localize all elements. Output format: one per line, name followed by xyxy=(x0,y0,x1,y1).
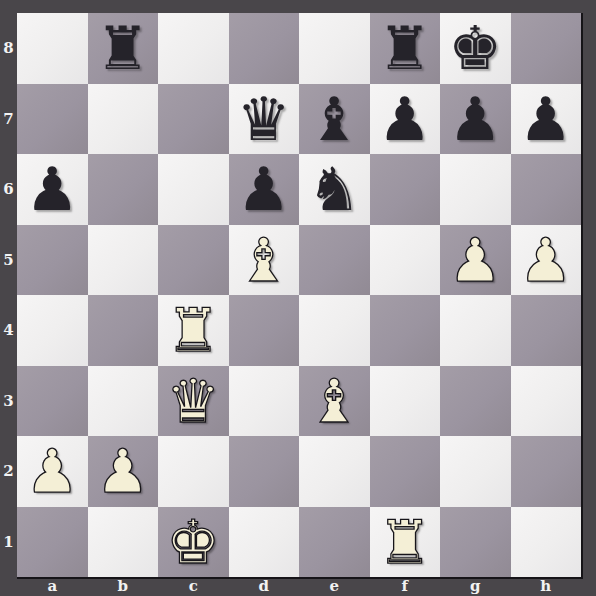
piece-white-rook-c4[interactable]: ♜ xyxy=(166,300,220,360)
rank-labels: 87654321 xyxy=(0,13,17,577)
square-c8[interactable] xyxy=(158,13,229,84)
square-c7[interactable] xyxy=(158,84,229,155)
file-label-e: e xyxy=(299,579,370,596)
square-h6[interactable] xyxy=(511,154,582,225)
piece-white-pawn-h5[interactable]: ♟ xyxy=(519,230,573,290)
square-d7[interactable]: ♛ xyxy=(229,84,300,155)
square-c5[interactable] xyxy=(158,225,229,296)
square-e6[interactable]: ♞ xyxy=(299,154,370,225)
square-f3[interactable] xyxy=(370,366,441,437)
square-a8[interactable] xyxy=(17,13,88,84)
piece-black-knight-e6[interactable]: ♞ xyxy=(307,159,361,219)
file-labels: abcdefgh xyxy=(17,579,581,596)
piece-black-king-g8[interactable]: ♚ xyxy=(448,18,502,78)
piece-black-pawn-g7[interactable]: ♟ xyxy=(448,89,502,149)
rank-label-5: 5 xyxy=(0,225,17,296)
piece-white-bishop-d5[interactable]: ♝ xyxy=(237,230,291,290)
piece-white-rook-f1[interactable]: ♜ xyxy=(378,512,432,572)
square-h4[interactable] xyxy=(511,295,582,366)
square-d4[interactable] xyxy=(229,295,300,366)
square-b2[interactable]: ♟ xyxy=(88,436,159,507)
square-g4[interactable] xyxy=(440,295,511,366)
piece-white-queen-c3[interactable]: ♛ xyxy=(166,371,220,431)
file-label-c: c xyxy=(158,579,229,596)
square-b1[interactable] xyxy=(88,507,159,578)
piece-white-pawn-b2[interactable]: ♟ xyxy=(96,441,150,501)
piece-white-pawn-a2[interactable]: ♟ xyxy=(25,441,79,501)
square-b5[interactable] xyxy=(88,225,159,296)
rank-label-3: 3 xyxy=(0,366,17,437)
chess-diagram: 87654321 ♜♜♚♛♝♟♟♟♟♟♞♝♟♟♜♛♝♟♟♚♜ abcdefgh xyxy=(0,0,596,596)
square-d6[interactable]: ♟ xyxy=(229,154,300,225)
file-label-h: h xyxy=(511,579,582,596)
square-c3[interactable]: ♛ xyxy=(158,366,229,437)
square-a4[interactable] xyxy=(17,295,88,366)
file-label-d: d xyxy=(229,579,300,596)
square-f6[interactable] xyxy=(370,154,441,225)
square-a1[interactable] xyxy=(17,507,88,578)
square-f1[interactable]: ♜ xyxy=(370,507,441,578)
square-d1[interactable] xyxy=(229,507,300,578)
square-b8[interactable]: ♜ xyxy=(88,13,159,84)
square-b4[interactable] xyxy=(88,295,159,366)
square-a6[interactable]: ♟ xyxy=(17,154,88,225)
square-h5[interactable]: ♟ xyxy=(511,225,582,296)
square-e3[interactable]: ♝ xyxy=(299,366,370,437)
rank-label-8: 8 xyxy=(0,13,17,84)
square-d2[interactable] xyxy=(229,436,300,507)
file-label-a: a xyxy=(17,579,88,596)
piece-black-queen-d7[interactable]: ♛ xyxy=(237,89,291,149)
square-h3[interactable] xyxy=(511,366,582,437)
rank-label-4: 4 xyxy=(0,295,17,366)
square-g6[interactable] xyxy=(440,154,511,225)
square-g2[interactable] xyxy=(440,436,511,507)
square-h8[interactable] xyxy=(511,13,582,84)
square-g8[interactable]: ♚ xyxy=(440,13,511,84)
piece-black-pawn-f7[interactable]: ♟ xyxy=(378,89,432,149)
chess-board[interactable]: ♜♜♚♛♝♟♟♟♟♟♞♝♟♟♜♛♝♟♟♚♜ xyxy=(17,13,583,579)
square-c2[interactable] xyxy=(158,436,229,507)
piece-white-king-c1[interactable]: ♚ xyxy=(166,512,220,572)
square-f7[interactable]: ♟ xyxy=(370,84,441,155)
square-e8[interactable] xyxy=(299,13,370,84)
square-h7[interactable]: ♟ xyxy=(511,84,582,155)
square-h1[interactable] xyxy=(511,507,582,578)
square-c4[interactable]: ♜ xyxy=(158,295,229,366)
rank-label-7: 7 xyxy=(0,84,17,155)
square-a5[interactable] xyxy=(17,225,88,296)
square-a2[interactable]: ♟ xyxy=(17,436,88,507)
square-g7[interactable]: ♟ xyxy=(440,84,511,155)
square-e1[interactable] xyxy=(299,507,370,578)
square-h2[interactable] xyxy=(511,436,582,507)
square-f4[interactable] xyxy=(370,295,441,366)
square-c6[interactable] xyxy=(158,154,229,225)
square-d3[interactable] xyxy=(229,366,300,437)
file-label-f: f xyxy=(370,579,441,596)
rank-label-2: 2 xyxy=(0,436,17,507)
square-g3[interactable] xyxy=(440,366,511,437)
square-f8[interactable]: ♜ xyxy=(370,13,441,84)
piece-black-pawn-h7[interactable]: ♟ xyxy=(519,89,573,149)
piece-black-rook-b8[interactable]: ♜ xyxy=(96,18,150,78)
square-e7[interactable]: ♝ xyxy=(299,84,370,155)
square-a3[interactable] xyxy=(17,366,88,437)
file-label-g: g xyxy=(440,579,511,596)
square-f5[interactable] xyxy=(370,225,441,296)
piece-black-rook-f8[interactable]: ♜ xyxy=(378,18,432,78)
square-b6[interactable] xyxy=(88,154,159,225)
square-e4[interactable] xyxy=(299,295,370,366)
piece-white-bishop-e3[interactable]: ♝ xyxy=(307,371,361,431)
square-g5[interactable]: ♟ xyxy=(440,225,511,296)
piece-black-pawn-d6[interactable]: ♟ xyxy=(237,159,291,219)
square-g1[interactable] xyxy=(440,507,511,578)
square-b7[interactable] xyxy=(88,84,159,155)
square-d8[interactable] xyxy=(229,13,300,84)
square-e5[interactable] xyxy=(299,225,370,296)
file-label-b: b xyxy=(88,579,159,596)
piece-white-pawn-g5[interactable]: ♟ xyxy=(448,230,502,290)
square-c1[interactable]: ♚ xyxy=(158,507,229,578)
rank-label-6: 6 xyxy=(0,154,17,225)
square-a7[interactable] xyxy=(17,84,88,155)
square-e2[interactable] xyxy=(299,436,370,507)
piece-black-pawn-a6[interactable]: ♟ xyxy=(25,159,79,219)
square-d5[interactable]: ♝ xyxy=(229,225,300,296)
rank-label-1: 1 xyxy=(0,507,17,578)
piece-black-bishop-e7[interactable]: ♝ xyxy=(307,89,361,149)
square-b3[interactable] xyxy=(88,366,159,437)
square-f2[interactable] xyxy=(370,436,441,507)
